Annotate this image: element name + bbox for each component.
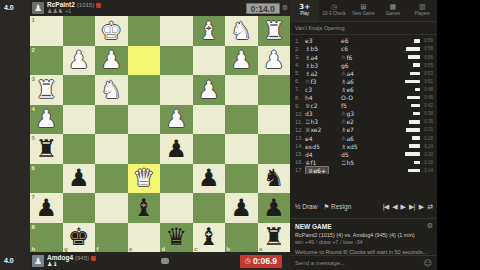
square-b2[interactable]: ♟ (225, 46, 258, 76)
tab-label: New Game (352, 12, 375, 17)
captured-pieces: ♟♝ (47, 261, 58, 267)
square-f6[interactable] (95, 164, 128, 194)
black-pawn: ♟ (230, 196, 252, 220)
new-game-title: NEW GAME (295, 223, 432, 230)
move-number: 6. (295, 78, 305, 84)
move-number: 9. (295, 103, 305, 109)
square-f1[interactable]: ♚ (95, 16, 128, 46)
black-move[interactable]: d5 (341, 151, 377, 158)
black-clock: ◷ 0:06.9 (240, 255, 282, 268)
black-queen: ♛ (165, 225, 187, 249)
black-move[interactable]: f5 (341, 102, 377, 109)
black-move[interactable]: ♘f6 (341, 54, 377, 61)
square-a3[interactable] (258, 75, 291, 105)
top-player-rating: (1015) (77, 2, 94, 8)
square-g7[interactable] (63, 193, 96, 223)
time-bar: 0:56 (408, 55, 433, 60)
move-number: 13. (295, 135, 305, 141)
black-clock-time: 0:06.9 (253, 255, 277, 267)
square-e1[interactable] (128, 16, 161, 46)
chat-bubble-icon[interactable] (161, 258, 169, 264)
tab-play[interactable]: 3+Play (290, 0, 319, 21)
move-number: 10. (295, 111, 305, 117)
black-knight: ♞ (263, 166, 285, 190)
black-move[interactable]: ♗a6 (341, 78, 377, 85)
square-a6[interactable]: ♞ (258, 164, 291, 194)
time-bar: 0:55 (413, 63, 433, 68)
move-list: 1.e3e60:592.♗b5c60:583.♗a4♘f60:564.♗b3g6… (290, 35, 437, 174)
resign-button[interactable]: ⚑ Resign (323, 203, 351, 211)
nav-flip-icon[interactable]: ⇄ (427, 203, 432, 211)
black-pawn: ♟ (198, 166, 220, 190)
square-b1[interactable]: ♞ (225, 16, 258, 46)
square-c7[interactable] (193, 193, 226, 223)
black-move[interactable]: g6 (341, 62, 377, 69)
rank-label: 4 (32, 106, 35, 112)
square-g1[interactable] (63, 16, 96, 46)
time-bar: 0:24 (409, 144, 433, 149)
square-c2[interactable] (193, 46, 226, 76)
black-move[interactable]: ♘g3 (341, 110, 377, 117)
square-f4[interactable] (95, 105, 128, 135)
square-g6[interactable]: ♟ (63, 164, 96, 194)
move-number: 5. (295, 70, 305, 76)
move-row: 14.exd5♗xd50:24 (295, 142, 433, 150)
board-column: ♟ RcPaint2 (1015) ♟♟♞ +1 0:14.0 ⚙ 1♚♝♞♜2… (30, 0, 290, 270)
white-move[interactable]: ♕e6+ (305, 167, 341, 174)
square-h8[interactable]: 8h (30, 223, 63, 253)
move-number: 2. (295, 46, 305, 52)
move-navigation: |◀◀▶▶|▶⇄ (382, 203, 432, 211)
move-number: 16. (295, 159, 305, 165)
black-bishop: ♝ (133, 196, 155, 220)
square-f7[interactable] (95, 193, 128, 223)
white-move[interactable]: d4 (305, 151, 341, 158)
move-row: 7.c3♗e60:48 (295, 85, 433, 93)
white-move[interactable]: ♔f1 (305, 159, 341, 166)
square-d4[interactable]: ♟ (160, 105, 193, 135)
white-move[interactable]: exd5 (305, 143, 341, 150)
square-d6[interactable] (160, 164, 193, 194)
black-pawn: ♟ (35, 196, 57, 220)
move-row: 11.♖h3♘e20:35 (295, 118, 433, 126)
square-g3[interactable] (63, 75, 96, 105)
square-e6[interactable]: ♛ (128, 164, 161, 194)
move-row: 9.♕c2f50:42 (295, 102, 433, 110)
square-b6[interactable] (225, 164, 258, 194)
white-move[interactable]: ♗a4 (305, 54, 341, 61)
move-row: 1.e3e60:59 (295, 37, 433, 45)
time-bar: 0:16 (414, 160, 433, 165)
nav-first-icon[interactable]: |◀ (382, 203, 388, 211)
time-bar: 0:45 (407, 95, 433, 100)
black-move[interactable]: ♗xd5 (341, 143, 377, 150)
square-c1[interactable]: ♝ (193, 16, 226, 46)
move-number: 15. (295, 151, 305, 157)
move-number: 8. (295, 95, 305, 101)
square-h2[interactable]: 2 (30, 46, 63, 76)
square-e8[interactable]: e (128, 223, 161, 253)
rank-label: 7 (32, 194, 35, 200)
rating-odds-text: win +49 / draw +7 / lose -34 (295, 239, 432, 245)
time-bar: 0:51 (405, 79, 433, 84)
side-panel: 3+Play◷10-3 Check⊞New Game▦Games▥Players… (290, 0, 437, 270)
black-rook: ♜ (263, 225, 285, 249)
square-f2[interactable]: ♟ (95, 46, 128, 76)
time-bar: 0:53 (410, 71, 433, 76)
square-h7[interactable]: 7♟ (30, 193, 63, 223)
nav-next-icon[interactable]: ▶ (401, 203, 405, 211)
square-f3[interactable]: ♞ (95, 75, 128, 105)
white-move[interactable]: ♗b5 (305, 45, 341, 52)
square-a8[interactable]: a♜ (258, 223, 291, 253)
move-number: 17. (295, 167, 305, 173)
flag-badge (91, 256, 96, 261)
avatar[interactable]: ♟ (32, 255, 44, 267)
move-row: 13.e4♘a60:28 (295, 134, 433, 142)
white-pawn: ♟ (100, 48, 122, 72)
new-game-icon: ⊞ (361, 4, 367, 11)
move-number: 11. (295, 119, 305, 125)
square-d2[interactable] (160, 46, 193, 76)
square-c3[interactable]: ♟ (193, 75, 226, 105)
10-3-check-icon: ◷ (331, 4, 337, 11)
nav-prev-icon[interactable]: ◀ (392, 203, 396, 211)
move-number: 12. (295, 127, 305, 133)
black-move[interactable]: c6 (341, 45, 377, 52)
black-move[interactable]: ♖h5 (341, 159, 377, 166)
matchup-text: RcPaint2 (1015) (4) vs. Amdog4 (945) (4)… (295, 232, 432, 238)
avatar[interactable]: ♟ (32, 2, 44, 14)
square-a4[interactable] (258, 105, 291, 135)
square-g8[interactable]: g♚ (63, 223, 96, 253)
square-e4[interactable] (128, 105, 161, 135)
tab-label: Players (415, 12, 430, 17)
captured-pieces: ♟♟♞ (47, 8, 63, 14)
move-row: 4.♗b3g60:55 (295, 61, 433, 69)
square-f8[interactable]: f (95, 223, 128, 253)
time-bar: 0:48 (415, 87, 433, 92)
clock-icon: ◷ (245, 255, 251, 267)
black-rook: ♜ (35, 137, 57, 161)
opening-name: Van't Kruijs Opening (290, 22, 437, 35)
gear-icon[interactable]: ⚙ (427, 222, 433, 230)
square-c5[interactable] (193, 134, 226, 164)
move-number: 7. (295, 86, 305, 92)
square-b4[interactable] (225, 105, 258, 135)
white-pawn: ♟ (165, 107, 187, 131)
square-c4[interactable] (193, 105, 226, 135)
time-bar: 0:59 (414, 38, 433, 43)
square-d3[interactable] (160, 75, 193, 105)
white-rook: ♜ (35, 78, 57, 102)
white-king: ♚ (100, 19, 122, 43)
square-h4[interactable]: 4♟ (30, 105, 63, 135)
bottom-player-bar: ♟ Amdog4 (945) ♟♝ ◷ 0:06.9 (30, 252, 290, 270)
square-d5[interactable]: ♟ (160, 134, 193, 164)
black-pawn: ♟ (263, 196, 285, 220)
tab-10-3-check[interactable]: ◷10-3 Check (319, 0, 348, 21)
black-move[interactable]: ♗e6 (341, 86, 377, 93)
new-game-section: NEW GAME RcPaint2 (1015) (4) vs. Amdog4 … (290, 218, 437, 256)
move-row: 5.♗a2♘a40:53 (295, 69, 433, 77)
white-pawn: ♟ (230, 48, 252, 72)
white-move[interactable]: d3 (305, 110, 341, 117)
move-row: 17.♕e6+0:14 (295, 166, 433, 173)
rank-label: 1 (32, 17, 35, 23)
white-move[interactable]: ♗b3 (305, 62, 341, 69)
square-e7[interactable]: ♝ (128, 193, 161, 223)
square-h5[interactable]: 5♜ (30, 134, 63, 164)
square-a2[interactable]: ♟ (258, 46, 291, 76)
white-pawn: ♟ (198, 78, 220, 102)
move-row: 2.♗b5c60:58 (295, 45, 433, 53)
square-e2[interactable] (128, 46, 161, 76)
square-g4[interactable] (63, 105, 96, 135)
tab-label: 10-3 Check (323, 12, 346, 17)
square-h6[interactable]: 6 (30, 164, 63, 194)
square-h1[interactable]: 1 (30, 16, 63, 46)
black-move[interactable]: ♘a4 (341, 70, 377, 77)
games-icon: ▦ (390, 4, 397, 11)
white-knight: ♞ (100, 78, 122, 102)
square-b3[interactable] (225, 75, 258, 105)
black-pawn: ♟ (68, 166, 90, 190)
tab-games[interactable]: ▦Games (378, 0, 407, 21)
square-c6[interactable]: ♟ (193, 164, 226, 194)
round-announcement: Welcome to Round 6! Clocks will start in… (295, 249, 432, 255)
white-clock: 0:14.0 (246, 3, 280, 14)
smiley-icon[interactable]: ☺ (424, 259, 432, 268)
square-d1[interactable] (160, 16, 193, 46)
square-a5[interactable] (258, 134, 291, 164)
square-b5[interactable] (225, 134, 258, 164)
black-score: 4.0 (4, 257, 14, 264)
flag-badge (96, 3, 101, 8)
move-number: 1. (295, 38, 305, 44)
gear-icon[interactable]: ⚙ (282, 4, 288, 12)
right-black-strip (437, 0, 480, 270)
square-b8[interactable]: b (225, 223, 258, 253)
move-number: 14. (295, 143, 305, 149)
white-move[interactable]: ♘f3 (305, 78, 341, 85)
white-move[interactable]: ♗a2 (305, 70, 341, 77)
square-g2[interactable]: ♟ (63, 46, 96, 76)
time-bar: 0:14 (408, 168, 433, 173)
rank-label: 6 (32, 165, 35, 171)
tab-players[interactable]: ▥Players (408, 0, 437, 21)
move-row: 6.♘f3♗a60:51 (295, 77, 433, 85)
white-move[interactable]: ♕xe2 (305, 126, 341, 133)
rank-label: 8 (32, 224, 35, 230)
tab-label: Games (386, 12, 401, 17)
move-row: 3.♗a4♘f60:56 (295, 53, 433, 61)
nav-play-icon[interactable]: ▶ (419, 203, 423, 211)
move-row: 15.d4d50:20 (295, 150, 433, 158)
square-e3[interactable] (128, 75, 161, 105)
black-bishop: ♝ (198, 225, 220, 249)
square-h3[interactable]: 3♜ (30, 75, 63, 105)
black-move[interactable]: ♘a6 (341, 135, 377, 142)
white-pawn: ♟ (68, 48, 90, 72)
tab-new-game[interactable]: ⊞New Game (349, 0, 378, 21)
bottom-player-rating: (945) (75, 255, 89, 261)
white-move[interactable]: ♖h3 (305, 118, 341, 125)
square-a1[interactable]: ♜ (258, 16, 291, 46)
black-move[interactable]: ♗e7 (341, 126, 377, 133)
black-king: ♚ (68, 225, 90, 249)
white-move[interactable]: c3 (305, 86, 341, 93)
time-bar: 0:38 (413, 111, 433, 116)
time-bar: 0:20 (405, 152, 433, 157)
rank-label: 3 (32, 76, 35, 82)
tab-label: Play (300, 12, 309, 17)
time-bar: 0:42 (411, 103, 433, 108)
left-rail: 4.0 4.0 (0, 0, 30, 270)
black-move[interactable]: ♘e2 (341, 118, 377, 125)
square-g5[interactable] (63, 134, 96, 164)
white-queen: ♛ (133, 166, 155, 190)
players-icon: ▥ (419, 4, 426, 11)
time-bar: 0:28 (412, 136, 433, 141)
material-advantage: +1 (65, 9, 71, 15)
game-controls: ½ Draw ⚑ Resign |◀◀▶▶|▶⇄ (290, 200, 437, 214)
white-pawn: ♟ (263, 48, 285, 72)
move-row: 12.♕xe2♗e70:31 (295, 126, 433, 134)
message-input[interactable]: Send a message... (295, 260, 345, 266)
square-d7[interactable] (160, 193, 193, 223)
time-bar: 0:35 (409, 119, 433, 124)
message-bar: Send a message... ☺ (290, 255, 437, 270)
white-move[interactable]: e3 (305, 37, 341, 44)
square-d8[interactable]: d♛ (160, 223, 193, 253)
square-b7[interactable]: ♟ (225, 193, 258, 223)
square-c8[interactable]: c♝ (193, 223, 226, 253)
chess-game-screen: 4.0 4.0 ♟ RcPaint2 (1015) ♟♟♞ +1 0:14.0 … (0, 0, 480, 270)
white-score: 4.0 (4, 4, 14, 11)
black-move[interactable]: e6 (341, 37, 377, 44)
square-f5[interactable] (95, 134, 128, 164)
white-move[interactable]: e4 (305, 135, 341, 142)
time-bar: 0:31 (406, 127, 433, 132)
move-number: 3. (295, 54, 305, 60)
tab-bar: 3+Play◷10-3 Check⊞New Game▦Games▥Players (290, 0, 437, 22)
move-row: 10.d3♘g30:38 (295, 110, 433, 118)
square-e5[interactable] (128, 134, 161, 164)
move-row: 8.h4O-O0:45 (295, 93, 433, 101)
rank-label: 5 (32, 135, 35, 141)
move-number: 4. (295, 62, 305, 68)
white-pawn: ♟ (35, 107, 57, 131)
rank-label: 2 (32, 47, 35, 53)
draw-button[interactable]: ½ Draw (295, 203, 317, 210)
black-move[interactable]: O-O (341, 94, 377, 101)
black-pawn: ♟ (165, 137, 187, 161)
white-move[interactable]: h4 (305, 94, 341, 101)
white-rook: ♜ (263, 19, 285, 43)
top-player-bar: ♟ RcPaint2 (1015) ♟♟♞ +1 0:14.0 ⚙ (30, 0, 290, 16)
white-knight: ♞ (230, 19, 252, 43)
nav-last-icon[interactable]: ▶| (409, 203, 415, 211)
white-bishop: ♝ (198, 19, 220, 43)
time-bar: 0:58 (406, 46, 433, 51)
play-icon: 3+ (299, 4, 310, 11)
chess-board: 1♚♝♞♜2♟♟♟♟3♜♞♟4♟♟5♜♟6♟♛♟♞7♟♝♟♟8hg♚fed♛c♝… (30, 16, 290, 252)
square-a7[interactable]: ♟ (258, 193, 291, 223)
white-move[interactable]: ♕c2 (305, 102, 341, 109)
